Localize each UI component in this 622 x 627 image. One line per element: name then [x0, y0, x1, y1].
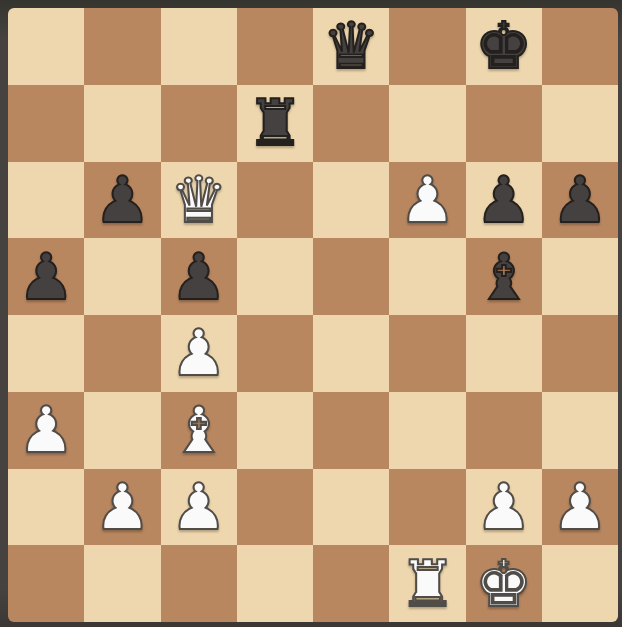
piece-black-king-g8[interactable]: ♚ — [475, 8, 532, 84]
square-c1[interactable] — [161, 545, 237, 622]
chess-board: ♛♚♜♟♛♟♟♟♟♟♝♟♟♝♟♟♟♟♜♚ — [8, 8, 618, 622]
square-b4[interactable] — [84, 315, 160, 392]
piece-black-pawn-c5[interactable]: ♟ — [170, 239, 227, 315]
square-f5[interactable] — [389, 238, 465, 315]
square-c8[interactable] — [161, 8, 237, 85]
square-b8[interactable] — [84, 8, 160, 85]
square-h1[interactable] — [542, 545, 618, 622]
piece-white-bishop-c3[interactable]: ♝ — [170, 392, 227, 468]
square-b1[interactable] — [84, 545, 160, 622]
square-f4[interactable] — [389, 315, 465, 392]
square-h3[interactable] — [542, 392, 618, 469]
piece-black-rook-d7[interactable]: ♜ — [246, 85, 303, 161]
square-e3[interactable] — [313, 392, 389, 469]
square-a1[interactable] — [8, 545, 84, 622]
square-c6[interactable]: ♛ — [161, 162, 237, 239]
piece-white-queen-c6[interactable]: ♛ — [170, 162, 227, 238]
square-h7[interactable] — [542, 85, 618, 162]
square-e8[interactable]: ♛ — [313, 8, 389, 85]
square-a7[interactable] — [8, 85, 84, 162]
square-c5[interactable]: ♟ — [161, 238, 237, 315]
square-c7[interactable] — [161, 85, 237, 162]
square-a8[interactable] — [8, 8, 84, 85]
square-h2[interactable]: ♟ — [542, 469, 618, 546]
square-a5[interactable]: ♟ — [8, 238, 84, 315]
piece-white-pawn-g2[interactable]: ♟ — [475, 469, 532, 545]
piece-white-king-g1[interactable]: ♚ — [475, 546, 532, 622]
piece-white-pawn-c4[interactable]: ♟ — [170, 315, 227, 391]
square-b7[interactable] — [84, 85, 160, 162]
square-a4[interactable] — [8, 315, 84, 392]
piece-black-queen-e8[interactable]: ♛ — [322, 8, 379, 84]
square-h6[interactable]: ♟ — [542, 162, 618, 239]
square-e6[interactable] — [313, 162, 389, 239]
square-d4[interactable] — [237, 315, 313, 392]
piece-black-pawn-g6[interactable]: ♟ — [475, 162, 532, 238]
square-f8[interactable] — [389, 8, 465, 85]
square-g4[interactable] — [466, 315, 542, 392]
square-g3[interactable] — [466, 392, 542, 469]
square-a6[interactable] — [8, 162, 84, 239]
square-d6[interactable] — [237, 162, 313, 239]
chess-board-frame: ♛♚♜♟♛♟♟♟♟♟♝♟♟♝♟♟♟♟♜♚ — [0, 0, 622, 627]
square-h4[interactable] — [542, 315, 618, 392]
square-e7[interactable] — [313, 85, 389, 162]
square-g5[interactable]: ♝ — [466, 238, 542, 315]
square-c4[interactable]: ♟ — [161, 315, 237, 392]
square-g1[interactable]: ♚ — [466, 545, 542, 622]
square-d5[interactable] — [237, 238, 313, 315]
piece-white-pawn-c2[interactable]: ♟ — [170, 469, 227, 545]
piece-white-pawn-f6[interactable]: ♟ — [399, 162, 456, 238]
square-b5[interactable] — [84, 238, 160, 315]
square-c3[interactable]: ♝ — [161, 392, 237, 469]
square-g2[interactable]: ♟ — [466, 469, 542, 546]
square-b2[interactable]: ♟ — [84, 469, 160, 546]
square-h5[interactable] — [542, 238, 618, 315]
square-h8[interactable] — [542, 8, 618, 85]
piece-black-bishop-g5[interactable]: ♝ — [475, 239, 532, 315]
square-f2[interactable] — [389, 469, 465, 546]
piece-white-rook-f1[interactable]: ♜ — [399, 546, 456, 622]
piece-black-pawn-a5[interactable]: ♟ — [17, 239, 74, 315]
square-e4[interactable] — [313, 315, 389, 392]
square-d3[interactable] — [237, 392, 313, 469]
square-c2[interactable]: ♟ — [161, 469, 237, 546]
square-b6[interactable]: ♟ — [84, 162, 160, 239]
square-a2[interactable] — [8, 469, 84, 546]
piece-white-pawn-h2[interactable]: ♟ — [551, 469, 608, 545]
square-f3[interactable] — [389, 392, 465, 469]
square-d7[interactable]: ♜ — [237, 85, 313, 162]
square-g8[interactable]: ♚ — [466, 8, 542, 85]
square-g7[interactable] — [466, 85, 542, 162]
square-d8[interactable] — [237, 8, 313, 85]
square-b3[interactable] — [84, 392, 160, 469]
piece-white-pawn-a3[interactable]: ♟ — [17, 392, 74, 468]
square-f1[interactable]: ♜ — [389, 545, 465, 622]
piece-white-pawn-b2[interactable]: ♟ — [94, 469, 151, 545]
square-d1[interactable] — [237, 545, 313, 622]
piece-black-pawn-b6[interactable]: ♟ — [94, 162, 151, 238]
square-d2[interactable] — [237, 469, 313, 546]
square-a3[interactable]: ♟ — [8, 392, 84, 469]
square-f7[interactable] — [389, 85, 465, 162]
square-e5[interactable] — [313, 238, 389, 315]
square-e2[interactable] — [313, 469, 389, 546]
square-f6[interactable]: ♟ — [389, 162, 465, 239]
square-g6[interactable]: ♟ — [466, 162, 542, 239]
piece-black-pawn-h6[interactable]: ♟ — [551, 162, 608, 238]
square-e1[interactable] — [313, 545, 389, 622]
